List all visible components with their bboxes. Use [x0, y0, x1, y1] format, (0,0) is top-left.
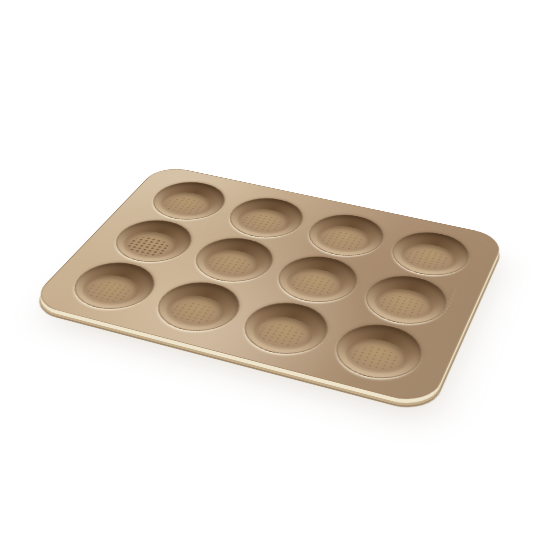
muffin-cup: [144, 275, 252, 339]
muffin-cup: [232, 295, 340, 362]
muffin-cup: [298, 209, 393, 263]
muffin-cup: [355, 269, 456, 332]
muffin-pan: bakeware: [27, 164, 505, 406]
muffin-cup: [382, 226, 477, 282]
muffin-cup: [267, 250, 368, 310]
muffin-cup: [183, 231, 285, 288]
product-photo-background: bakeware: [0, 0, 550, 550]
muffin-cup: [324, 316, 432, 386]
muffin-cup: [218, 192, 314, 243]
muffin-cup: [141, 176, 237, 225]
muffin-cup: [60, 256, 168, 317]
muffin-cup: [103, 214, 205, 268]
